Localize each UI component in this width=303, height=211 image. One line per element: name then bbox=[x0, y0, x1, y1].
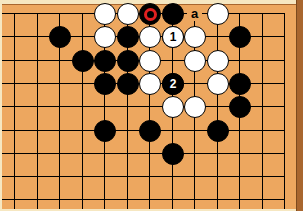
frame-right-brown bbox=[296, 0, 303, 211]
grid-vline bbox=[262, 13, 263, 209]
stone-white bbox=[184, 96, 206, 118]
stone-white bbox=[207, 50, 229, 72]
stone-white bbox=[139, 73, 161, 95]
move-number-label: 2 bbox=[170, 78, 177, 90]
stone-black bbox=[162, 143, 184, 165]
go-board: 12a bbox=[0, 0, 303, 211]
stone-white bbox=[94, 26, 116, 48]
stone-white bbox=[139, 50, 161, 72]
frame-bottom-light bbox=[0, 209, 303, 211]
stone-black bbox=[207, 120, 229, 142]
stone-white bbox=[117, 3, 139, 25]
grid-vline bbox=[14, 13, 15, 209]
grid-hline bbox=[2, 199, 285, 200]
stone-black bbox=[49, 26, 71, 48]
red-circle-mark bbox=[144, 8, 157, 21]
stone-white bbox=[207, 73, 229, 95]
stone-black bbox=[94, 73, 116, 95]
grid-hline bbox=[2, 153, 285, 154]
stone-black bbox=[162, 3, 184, 25]
stone-black bbox=[117, 73, 139, 95]
stone-white-numbered: 1 bbox=[162, 26, 184, 48]
stone-black bbox=[94, 50, 116, 72]
stone-white bbox=[184, 26, 206, 48]
stone-black bbox=[229, 73, 251, 95]
grid-vline bbox=[37, 13, 38, 209]
grid-hline bbox=[2, 176, 285, 177]
stone-black bbox=[139, 120, 161, 142]
grid-vline bbox=[217, 13, 218, 209]
stone-black-numbered: 2 bbox=[162, 73, 184, 95]
stone-black bbox=[229, 96, 251, 118]
stone-black bbox=[229, 26, 251, 48]
stone-white bbox=[207, 3, 229, 25]
point-label-a: a bbox=[187, 6, 202, 21]
stone-white bbox=[184, 50, 206, 72]
stone-white bbox=[94, 3, 116, 25]
grid-vline bbox=[284, 13, 285, 209]
stone-black bbox=[117, 50, 139, 72]
stone-black bbox=[94, 120, 116, 142]
stone-black bbox=[117, 26, 139, 48]
move-number-label: 1 bbox=[170, 31, 177, 43]
stone-white bbox=[139, 26, 161, 48]
stone-black bbox=[72, 50, 94, 72]
grid-vline bbox=[82, 13, 83, 209]
stone-white bbox=[162, 96, 184, 118]
